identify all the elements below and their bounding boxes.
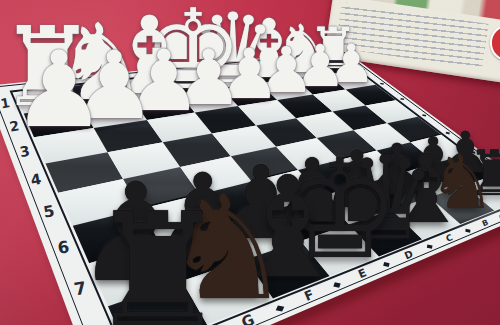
- chess-board: 12345678HGFEDCBA: [0, 0, 500, 325]
- photo-scene: 12345678HGFEDCBA ♜♞♝♛♟♚♟♝♟♞♟♜♟♟♟♟♟♟♟♜♟♞♝…: [0, 0, 500, 325]
